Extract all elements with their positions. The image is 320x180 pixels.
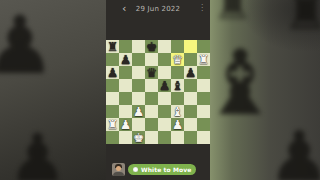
square-g4[interactable]	[184, 92, 197, 105]
square-g5[interactable]	[184, 79, 197, 92]
square-a2[interactable]: ♜	[106, 118, 119, 131]
piece-white-pawn-c3: ♟	[133, 105, 144, 118]
square-f1[interactable]	[171, 131, 184, 144]
square-d1[interactable]	[145, 131, 158, 144]
piece-black-pawn-a6: ♟	[107, 66, 118, 79]
square-c1[interactable]: ♚	[132, 131, 145, 144]
square-e5[interactable]: ♟	[158, 79, 171, 92]
blurred-bishop-icon: ♝	[210, 38, 281, 128]
square-g2[interactable]	[184, 118, 197, 131]
square-f5[interactable]: ♝	[171, 79, 184, 92]
status-badge: White to Move	[128, 164, 196, 175]
square-b6[interactable]	[119, 66, 132, 79]
square-a1[interactable]	[106, 131, 119, 144]
square-b4[interactable]	[119, 92, 132, 105]
piece-black-pawn-b7: ♟	[120, 53, 131, 66]
square-h2[interactable]	[197, 118, 210, 131]
square-b2[interactable]: ♟	[119, 118, 132, 131]
avatar-face	[116, 166, 121, 171]
piece-black-king-d8: ♚	[146, 40, 157, 53]
square-g8[interactable]	[184, 40, 197, 53]
piece-white-rook-h7: ♜	[198, 53, 209, 66]
blurred-rook-icon: ♜	[212, 0, 253, 26]
blurred-pawn-icon: ♟	[268, 122, 320, 180]
piece-black-rook-a8: ♜	[107, 40, 118, 53]
piece-white-queen-f7: ♛	[172, 53, 183, 66]
square-e1[interactable]	[158, 131, 171, 144]
piece-white-rook-a2: ♜	[107, 118, 118, 131]
square-a4[interactable]	[106, 92, 119, 105]
square-e4[interactable]	[158, 92, 171, 105]
square-c3[interactable]: ♟	[132, 105, 145, 118]
status-text: White to Move	[141, 166, 191, 173]
square-h6[interactable]	[197, 66, 210, 79]
phone-screen: ‹ 29 Jun 2022 ⋮ ♜♚♟♛♜♟♛♟♟♝♟♝♜♟♟♚ White t…	[106, 0, 210, 180]
square-h3[interactable]	[197, 105, 210, 118]
blurred-pawn-icon: ♟	[8, 126, 67, 180]
square-h4[interactable]	[197, 92, 210, 105]
square-d2[interactable]	[145, 118, 158, 131]
square-a5[interactable]	[106, 79, 119, 92]
player-avatar[interactable]	[112, 163, 125, 176]
square-e3[interactable]	[158, 105, 171, 118]
square-g6[interactable]: ♟	[184, 66, 197, 79]
square-c5[interactable]	[132, 79, 145, 92]
piece-black-pawn-g6: ♟	[185, 66, 196, 79]
piece-black-bishop-f5: ♝	[172, 79, 183, 92]
footer-bar: White to Move	[106, 161, 210, 179]
piece-white-pawn-b2: ♟	[120, 118, 131, 131]
square-e8[interactable]	[158, 40, 171, 53]
square-f7[interactable]: ♛	[171, 53, 184, 66]
square-h5[interactable]	[197, 79, 210, 92]
piece-black-pawn-e5: ♟	[159, 79, 170, 92]
menu-dots-icon[interactable]: ⋮	[198, 4, 206, 12]
square-e7[interactable]	[158, 53, 171, 66]
screenshot-stage: ♟♟ ♜♜♝♟ ‹ 29 Jun 2022 ⋮ ♜♚♟♛♜♟♛♟♟♝♟♝♜♟♟♚…	[0, 0, 320, 180]
square-g3[interactable]	[184, 105, 197, 118]
piece-white-king-c1: ♚	[133, 131, 144, 144]
blurred-pawn-icon: ♟	[0, 6, 56, 86]
puzzle-date: 29 Jun 2022	[106, 5, 210, 13]
square-h7[interactable]: ♜	[197, 53, 210, 66]
square-b5[interactable]	[119, 79, 132, 92]
square-a6[interactable]: ♟	[106, 66, 119, 79]
board: ♜♚♟♛♜♟♛♟♟♝♟♝♜♟♟♚	[106, 40, 210, 144]
square-c8[interactable]	[132, 40, 145, 53]
square-c6[interactable]	[132, 66, 145, 79]
square-d8[interactable]: ♚	[145, 40, 158, 53]
blurred-rook-icon: ♜	[282, 0, 320, 38]
white-turn-icon	[133, 167, 138, 172]
square-e2[interactable]	[158, 118, 171, 131]
square-d3[interactable]	[145, 105, 158, 118]
avatar-body	[113, 172, 124, 176]
blurred-left-panel: ♟♟	[0, 0, 106, 180]
header-bar: ‹ 29 Jun 2022 ⋮	[106, 0, 210, 20]
piece-white-pawn-f2: ♟	[172, 118, 183, 131]
square-b1[interactable]	[119, 131, 132, 144]
square-b7[interactable]: ♟	[119, 53, 132, 66]
square-d5[interactable]	[145, 79, 158, 92]
square-f2[interactable]: ♟	[171, 118, 184, 131]
square-d4[interactable]	[145, 92, 158, 105]
square-d6[interactable]: ♛	[145, 66, 158, 79]
square-c7[interactable]	[132, 53, 145, 66]
blurred-right-panel: ♜♜♝♟	[210, 0, 320, 180]
square-g1[interactable]	[184, 131, 197, 144]
square-a8[interactable]: ♜	[106, 40, 119, 53]
piece-black-queen-d6: ♛	[146, 66, 157, 79]
square-h1[interactable]	[197, 131, 210, 144]
